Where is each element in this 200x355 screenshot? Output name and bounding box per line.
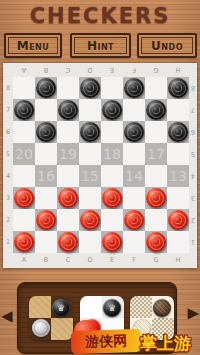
coord-right-4: 4	[189, 165, 197, 187]
square-C6[interactable]	[57, 121, 79, 143]
scroll-right-icon[interactable]: ▶	[187, 304, 199, 322]
square-G5[interactable]: 17	[145, 143, 167, 165]
square-H3[interactable]	[167, 187, 189, 209]
square-G6[interactable]	[145, 121, 167, 143]
square-G2[interactable]	[145, 209, 167, 231]
coord-right-8: 8	[189, 77, 197, 99]
red-piece-G1[interactable]	[146, 232, 166, 252]
coord-bottom-G: G	[145, 254, 167, 267]
red-piece-C3[interactable]	[58, 188, 78, 208]
coord-bottom-H: H	[167, 254, 189, 267]
square-C8[interactable]	[57, 77, 79, 99]
theme-silver-piece	[32, 319, 50, 337]
square-C7[interactable]	[57, 99, 79, 121]
coord-bottom-B: B	[35, 254, 57, 267]
coord-left-7: 7	[3, 99, 13, 121]
square-F6[interactable]	[123, 121, 145, 143]
coord-top-E: E	[101, 64, 123, 76]
coord-bottom-F: F	[123, 254, 145, 267]
red-piece-H2[interactable]	[168, 210, 188, 230]
coord-top-B: B	[35, 64, 57, 76]
square-B5[interactable]	[35, 143, 57, 165]
square-H7[interactable]	[167, 99, 189, 121]
square-H4[interactable]: 13	[167, 165, 189, 187]
hint-button[interactable]: Hint	[70, 33, 131, 58]
square-D2[interactable]	[79, 209, 101, 231]
coord-top-F: F	[123, 64, 145, 76]
checkers-app: CHECKERS Menu Hint Undo ABCDEFGH ABCDEFG…	[0, 0, 200, 355]
square-B6[interactable]	[35, 121, 57, 143]
square-G4[interactable]	[145, 165, 167, 187]
square-A6[interactable]	[13, 121, 35, 143]
square-F4[interactable]: 14	[123, 165, 145, 187]
square-A4[interactable]	[13, 165, 35, 187]
square-number-19: 19	[57, 143, 79, 165]
black-piece-F8[interactable]	[124, 78, 144, 98]
rank-labels-right: 87654321	[189, 77, 197, 253]
black-piece-D6[interactable]	[80, 122, 100, 142]
square-E3[interactable]	[101, 187, 123, 209]
black-piece-H6[interactable]	[168, 122, 188, 142]
file-labels-bottom: ABCDEFGH	[13, 254, 189, 267]
square-A5[interactable]: 20	[13, 143, 35, 165]
coord-left-4: 4	[3, 165, 13, 187]
scroll-left-icon[interactable]: ◀	[1, 307, 13, 325]
square-number-16: 16	[35, 165, 57, 187]
square-D8[interactable]	[79, 77, 101, 99]
file-labels-top: ABCDEFGH	[13, 64, 189, 76]
square-E8[interactable]	[101, 77, 123, 99]
red-piece-D2[interactable]	[80, 210, 100, 230]
square-B3[interactable]	[35, 187, 57, 209]
square-D7[interactable]	[79, 99, 101, 121]
watermark-logo-text: 游侠网	[85, 332, 128, 351]
coord-right-7: 7	[189, 99, 197, 121]
tile-square	[51, 318, 73, 340]
black-piece-G7[interactable]	[146, 100, 166, 120]
coord-bottom-A: A	[13, 254, 35, 267]
square-number-20: 20	[13, 143, 35, 165]
square-E6[interactable]	[101, 121, 123, 143]
undo-button[interactable]: Undo	[137, 33, 197, 58]
square-C3[interactable]	[57, 187, 79, 209]
coord-right-1: 1	[189, 231, 197, 253]
square-number-15: 15	[79, 165, 101, 187]
square-D6[interactable]	[79, 121, 101, 143]
square-E7[interactable]	[101, 99, 123, 121]
coord-left-5: 5	[3, 143, 13, 165]
black-piece-F6[interactable]	[124, 122, 144, 142]
red-piece-A1[interactable]	[14, 232, 34, 252]
square-F1[interactable]	[123, 231, 145, 253]
square-H2[interactable]	[167, 209, 189, 231]
red-piece-C1[interactable]	[58, 232, 78, 252]
coord-left-2: 2	[3, 209, 13, 231]
coord-right-2: 2	[189, 209, 197, 231]
theme-brown-knit-piece	[153, 299, 171, 317]
square-E2[interactable]	[101, 209, 123, 231]
square-B8[interactable]	[35, 77, 57, 99]
square-E1[interactable]	[101, 231, 123, 253]
square-H1[interactable]	[167, 231, 189, 253]
coord-right-3: 3	[189, 187, 197, 209]
menu-button[interactable]: Menu	[4, 33, 62, 58]
square-E4[interactable]	[101, 165, 123, 187]
black-piece-E7[interactable]	[102, 100, 122, 120]
square-A3[interactable]	[13, 187, 35, 209]
square-H5[interactable]	[167, 143, 189, 165]
board-panel: ABCDEFGH ABCDEFGH 87654321 87654321 2019…	[3, 63, 197, 268]
square-B2[interactable]	[35, 209, 57, 231]
square-C1[interactable]	[57, 231, 79, 253]
square-F3[interactable]	[123, 187, 145, 209]
crown-icon: ♛	[52, 299, 70, 317]
square-C5[interactable]: 19	[57, 143, 79, 165]
theme-black-king-piece: ♛	[52, 299, 70, 317]
red-piece-F2[interactable]	[124, 210, 144, 230]
square-F5[interactable]	[123, 143, 145, 165]
app-title: CHECKERS	[0, 4, 200, 28]
board-grid: 2019181716151413	[13, 77, 189, 253]
coord-left-1: 1	[3, 231, 13, 253]
square-number-13: 13	[167, 165, 189, 187]
crown-icon: ♛	[103, 299, 121, 317]
coord-top-A: A	[13, 64, 35, 76]
square-D4[interactable]: 15	[79, 165, 101, 187]
black-piece-B6[interactable]	[36, 122, 56, 142]
coord-bottom-E: E	[101, 254, 123, 267]
square-C4[interactable]	[57, 165, 79, 187]
black-piece-B8[interactable]	[36, 78, 56, 98]
coord-bottom-C: C	[57, 254, 79, 267]
red-piece-G3[interactable]	[146, 188, 166, 208]
coord-top-G: G	[145, 64, 167, 76]
coord-right-5: 5	[189, 143, 197, 165]
square-G3[interactable]	[145, 187, 167, 209]
square-A7[interactable]	[13, 99, 35, 121]
square-B1[interactable]	[35, 231, 57, 253]
square-D3[interactable]	[79, 187, 101, 209]
square-D5[interactable]	[79, 143, 101, 165]
coord-bottom-D: D	[79, 254, 101, 267]
watermark-logo: 游侠网	[71, 329, 142, 354]
coord-left-6: 6	[3, 121, 13, 143]
tile-square	[29, 296, 51, 318]
red-piece-A3[interactable]	[14, 188, 34, 208]
square-E5[interactable]: 18	[101, 143, 123, 165]
red-piece-E1[interactable]	[102, 232, 122, 252]
square-G7[interactable]	[145, 99, 167, 121]
square-A8[interactable]	[13, 77, 35, 99]
black-piece-C7[interactable]	[58, 100, 78, 120]
coord-top-C: C	[57, 64, 79, 76]
square-F2[interactable]	[123, 209, 145, 231]
rank-labels-left: 87654321	[3, 77, 13, 253]
coord-right-6: 6	[189, 121, 197, 143]
tile-square	[80, 296, 102, 318]
theme-black-king-piece: ♛	[103, 299, 121, 317]
square-A2[interactable]	[13, 209, 35, 231]
black-piece-D8[interactable]	[80, 78, 100, 98]
square-G1[interactable]	[145, 231, 167, 253]
square-D1[interactable]	[79, 231, 101, 253]
theme-tile-wood[interactable]: ♛	[29, 296, 73, 340]
square-G8[interactable]	[145, 77, 167, 99]
red-piece-E3[interactable]	[102, 188, 122, 208]
square-H8[interactable]	[167, 77, 189, 99]
coord-top-H: H	[167, 64, 189, 76]
square-H6[interactable]	[167, 121, 189, 143]
black-piece-A7[interactable]	[14, 100, 34, 120]
red-piece-B2[interactable]	[36, 210, 56, 230]
square-number-14: 14	[123, 165, 145, 187]
square-C2[interactable]	[57, 209, 79, 231]
coord-left-3: 3	[3, 187, 13, 209]
tile-square	[130, 296, 152, 318]
square-F8[interactable]	[123, 77, 145, 99]
coord-left-8: 8	[3, 77, 13, 99]
square-B4[interactable]: 16	[35, 165, 57, 187]
square-B7[interactable]	[35, 99, 57, 121]
watermark-site-text: 掌上游侠	[140, 332, 200, 355]
square-number-18: 18	[101, 143, 123, 165]
square-F7[interactable]	[123, 99, 145, 121]
coord-top-D: D	[79, 64, 101, 76]
black-piece-H8[interactable]	[168, 78, 188, 98]
square-A1[interactable]	[13, 231, 35, 253]
square-number-17: 17	[145, 143, 167, 165]
